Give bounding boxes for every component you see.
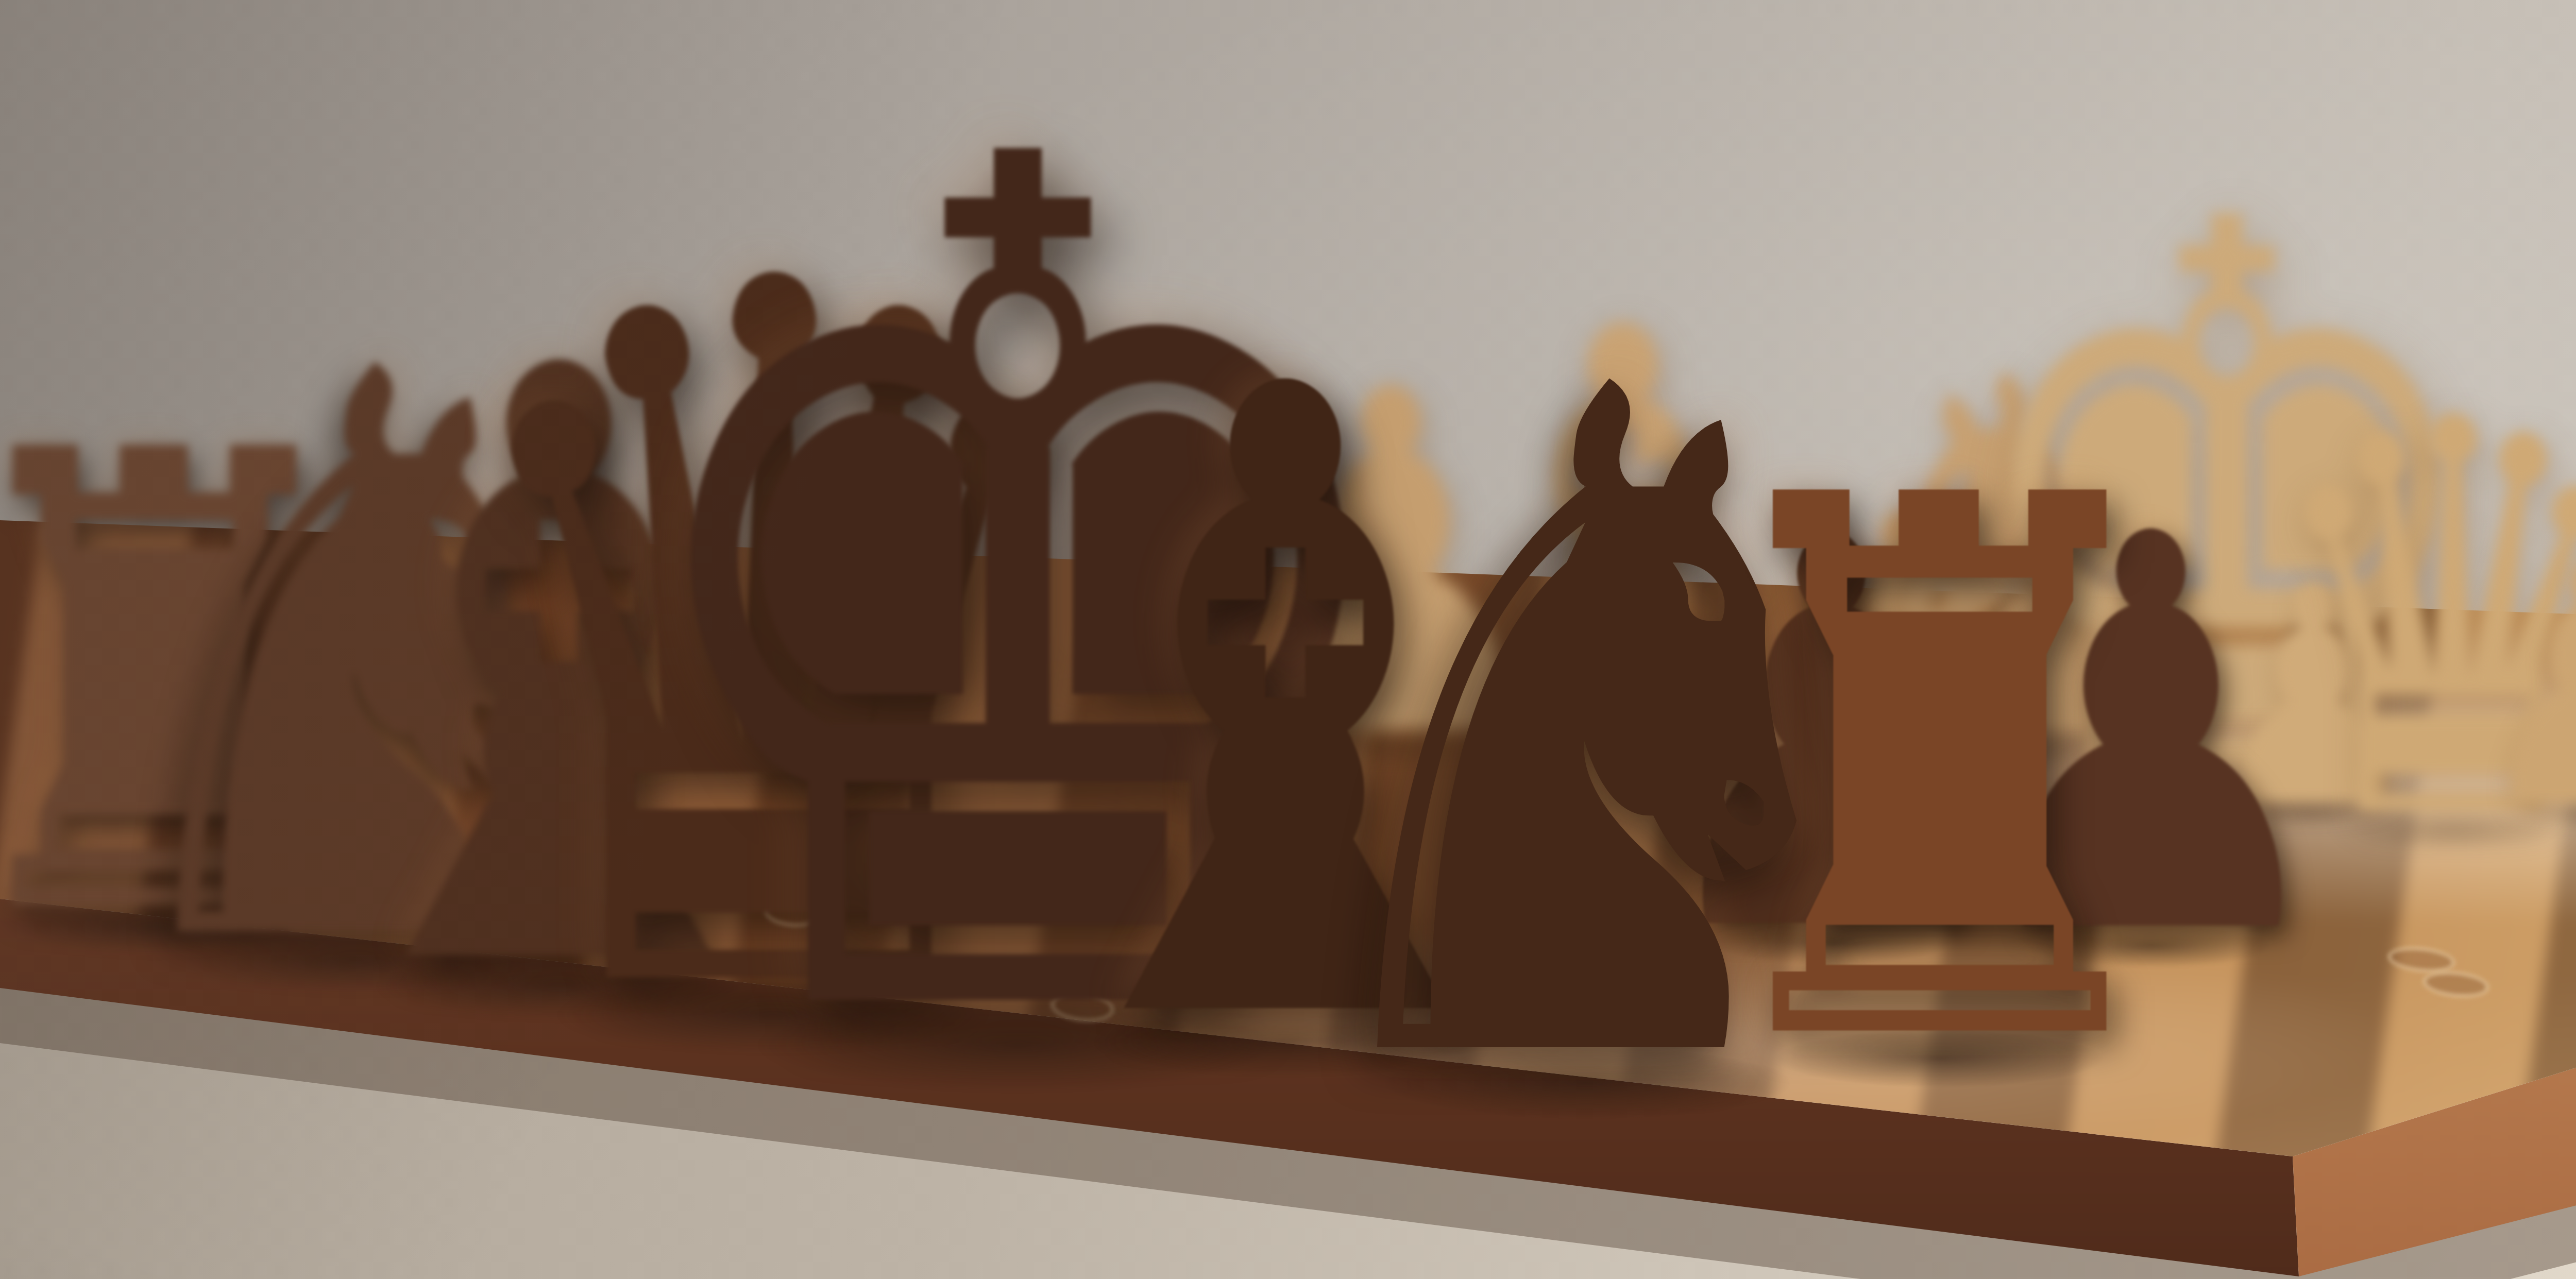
vignette-overlay (0, 0, 2576, 1279)
chess-photo-scene: ♟♝♟♞♚♟♛♟♝♟♜♜♞♝♛♚♝♟♞♟♜ (0, 0, 2576, 1279)
